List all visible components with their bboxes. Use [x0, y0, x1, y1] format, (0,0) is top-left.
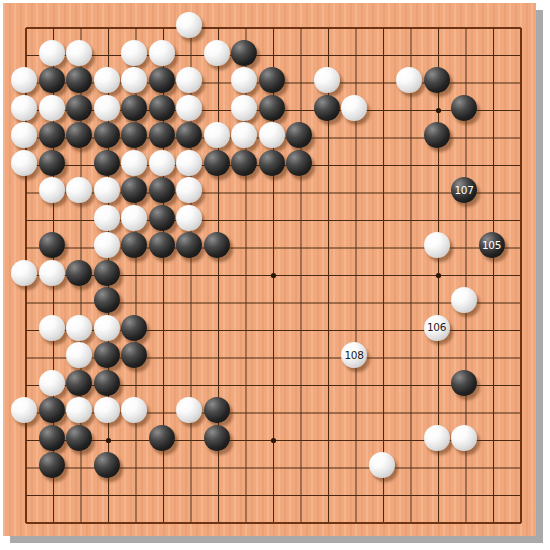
stone-white[interactable] [176, 150, 202, 176]
stone-black-move-107[interactable]: 107 [451, 177, 477, 203]
stone-black[interactable] [176, 232, 202, 258]
stone-white[interactable] [66, 397, 92, 423]
stone-black[interactable] [66, 425, 92, 451]
stone-white[interactable] [231, 122, 257, 148]
stone-black[interactable] [121, 177, 147, 203]
stone-white[interactable] [94, 95, 120, 121]
stone-black[interactable] [231, 40, 257, 66]
stones-layer: 107105106108 [12, 14, 535, 537]
stone-black[interactable] [204, 232, 230, 258]
stone-black[interactable] [259, 150, 285, 176]
stone-black[interactable] [39, 122, 65, 148]
stone-black[interactable] [39, 452, 65, 478]
stone-white[interactable] [11, 260, 37, 286]
stone-white-move-106[interactable]: 106 [424, 315, 450, 341]
stone-black[interactable] [149, 205, 175, 231]
stone-black[interactable] [66, 122, 92, 148]
stone-black[interactable] [424, 122, 450, 148]
stone-black[interactable] [39, 397, 65, 423]
stone-white[interactable] [121, 40, 147, 66]
stone-white[interactable] [369, 452, 395, 478]
stone-black[interactable] [424, 67, 450, 93]
go-board[interactable]: 107105106108 [3, 3, 536, 536]
stone-white[interactable] [39, 95, 65, 121]
stone-black[interactable] [121, 122, 147, 148]
stone-black[interactable] [204, 150, 230, 176]
stone-white[interactable] [11, 397, 37, 423]
stone-white[interactable] [314, 67, 340, 93]
stone-white[interactable] [204, 40, 230, 66]
stone-white[interactable] [94, 177, 120, 203]
stone-white[interactable] [94, 397, 120, 423]
stone-white[interactable] [94, 67, 120, 93]
go-diagram-screen: 107105106108 [0, 0, 550, 550]
stone-black[interactable] [66, 95, 92, 121]
stone-white[interactable] [176, 12, 202, 38]
stone-black[interactable] [204, 425, 230, 451]
stone-black[interactable] [121, 342, 147, 368]
stone-white[interactable] [11, 122, 37, 148]
stone-white[interactable] [11, 95, 37, 121]
stone-white[interactable] [176, 397, 202, 423]
stone-black[interactable] [259, 95, 285, 121]
stone-white[interactable] [66, 177, 92, 203]
stone-black[interactable] [231, 150, 257, 176]
stone-white[interactable] [66, 342, 92, 368]
stone-black-move-105[interactable]: 105 [479, 232, 505, 258]
stone-white[interactable] [39, 177, 65, 203]
move-number-label: 108 [345, 350, 364, 361]
stone-white[interactable] [396, 67, 422, 93]
stone-white[interactable] [66, 40, 92, 66]
stone-white[interactable] [451, 425, 477, 451]
stone-white[interactable] [94, 232, 120, 258]
stone-white[interactable] [176, 67, 202, 93]
stone-black[interactable] [121, 95, 147, 121]
stone-white-move-108[interactable]: 108 [341, 342, 367, 368]
stone-black[interactable] [94, 342, 120, 368]
stone-black[interactable] [66, 370, 92, 396]
stone-black[interactable] [121, 315, 147, 341]
stone-white[interactable] [231, 67, 257, 93]
stone-black[interactable] [286, 150, 312, 176]
stone-black[interactable] [121, 232, 147, 258]
stone-white[interactable] [94, 205, 120, 231]
stone-white[interactable] [176, 205, 202, 231]
stone-white[interactable] [39, 315, 65, 341]
move-number-label: 107 [455, 185, 474, 196]
stone-black[interactable] [204, 397, 230, 423]
stone-black[interactable] [451, 95, 477, 121]
stone-white[interactable] [176, 177, 202, 203]
stone-black[interactable] [149, 95, 175, 121]
stone-white[interactable] [11, 150, 37, 176]
stone-black[interactable] [314, 95, 340, 121]
stone-black[interactable] [66, 260, 92, 286]
stone-black[interactable] [259, 67, 285, 93]
stone-white[interactable] [39, 260, 65, 286]
stone-black[interactable] [149, 67, 175, 93]
stone-white[interactable] [341, 95, 367, 121]
stone-white[interactable] [66, 315, 92, 341]
stone-black[interactable] [94, 370, 120, 396]
stone-black[interactable] [149, 232, 175, 258]
stone-black[interactable] [66, 67, 92, 93]
stone-white[interactable] [231, 95, 257, 121]
stone-white[interactable] [121, 397, 147, 423]
move-number-label: 105 [482, 240, 501, 251]
stone-black[interactable] [39, 232, 65, 258]
stone-black[interactable] [94, 122, 120, 148]
stone-black[interactable] [39, 67, 65, 93]
stone-white[interactable] [451, 287, 477, 313]
stone-white[interactable] [121, 150, 147, 176]
stone-black[interactable] [149, 122, 175, 148]
stone-black[interactable] [176, 122, 202, 148]
stone-black[interactable] [39, 150, 65, 176]
stone-white[interactable] [176, 95, 202, 121]
move-number-label: 106 [427, 322, 446, 333]
stone-black[interactable] [94, 260, 120, 286]
stone-black[interactable] [94, 452, 120, 478]
stone-white[interactable] [259, 122, 285, 148]
stone-white[interactable] [204, 122, 230, 148]
stone-black[interactable] [94, 150, 120, 176]
stone-white[interactable] [94, 315, 120, 341]
stone-white[interactable] [121, 205, 147, 231]
stone-white[interactable] [121, 67, 147, 93]
stone-black[interactable] [149, 177, 175, 203]
stone-white[interactable] [39, 40, 65, 66]
stone-white[interactable] [424, 232, 450, 258]
stone-white[interactable] [424, 425, 450, 451]
stone-white[interactable] [149, 40, 175, 66]
stone-black[interactable] [94, 287, 120, 313]
stone-black[interactable] [149, 425, 175, 451]
stone-white[interactable] [39, 370, 65, 396]
stone-black[interactable] [39, 425, 65, 451]
stone-white[interactable] [149, 150, 175, 176]
stone-white[interactable] [11, 67, 37, 93]
stone-black[interactable] [286, 122, 312, 148]
stone-black[interactable] [451, 370, 477, 396]
